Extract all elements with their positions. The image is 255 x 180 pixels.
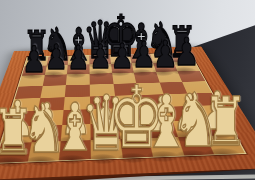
board-square-b3 (34, 110, 63, 126)
board-square-a3 (6, 111, 37, 127)
board-square-d2 (90, 123, 120, 140)
board-square-a1 (0, 143, 31, 163)
board-square-e4 (115, 95, 142, 109)
board-square-a2 (1, 126, 34, 144)
board-square-d3 (90, 108, 118, 123)
board-square-e1 (120, 138, 153, 158)
board-square-b4 (37, 97, 65, 111)
board-square-h6 (178, 71, 205, 82)
board-square-h2 (199, 119, 235, 136)
board-square-e5 (113, 83, 139, 95)
board-square-b1 (27, 142, 61, 162)
board-square-c3 (62, 109, 90, 125)
board-square-h3 (193, 105, 226, 120)
board-square-e3 (116, 108, 145, 123)
board-square-c1 (59, 140, 91, 160)
board-square-a4 (11, 98, 40, 112)
board-square-h5 (182, 81, 211, 93)
board-square-a6 (19, 75, 45, 86)
board-square-c4 (64, 96, 90, 110)
board-square-d5 (90, 84, 115, 96)
board-square-b2 (31, 125, 62, 143)
board-square-d4 (90, 96, 116, 110)
board-square-a5 (15, 86, 43, 99)
board-square-c2 (61, 124, 91, 142)
board-inlay (0, 53, 247, 164)
scene-photo: ♜♞♝♛♚♝♞♜♟♟♟♟♟♟♟♟♟♟♟♟♟♟♟♟♜♞♝♛♚♝♞♜ (0, 0, 255, 180)
board-square-c6 (66, 74, 90, 85)
board-square-d1 (91, 139, 123, 159)
board-square-e2 (118, 122, 149, 139)
board-square-b6 (42, 75, 67, 86)
board-square-b5 (40, 85, 66, 98)
board-square-h4 (188, 93, 219, 106)
board-square-c5 (65, 85, 90, 98)
board-squares (0, 53, 245, 163)
board-square-e6 (112, 73, 137, 84)
board-square-d6 (89, 73, 113, 84)
